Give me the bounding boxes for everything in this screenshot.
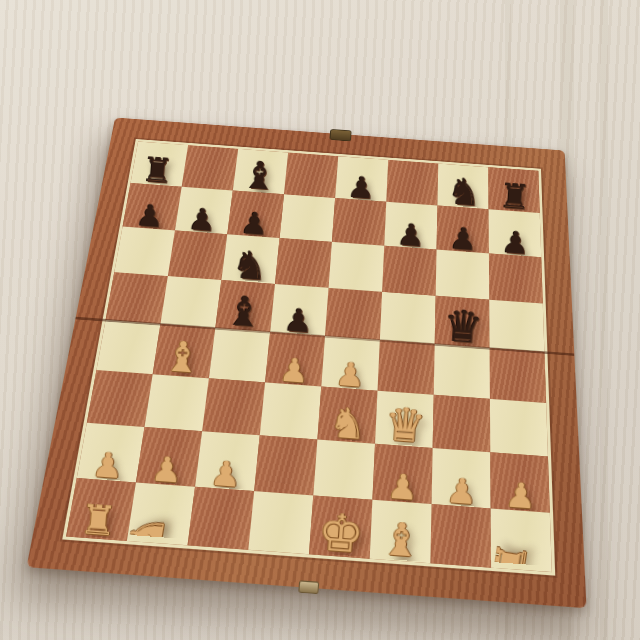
white-pawn[interactable]: ♟ [278, 353, 310, 388]
square-b2[interactable]: ♟ [136, 427, 202, 487]
board-frame: ♜♝♟♞♜♟♟♟♟♟♟♞♝♟♛♝♟♟♞♛♟♟♟♚♟♟♟♜♞♚♝♜ [27, 118, 587, 609]
square-b7[interactable]: ♟ [175, 187, 233, 234]
black-knight[interactable]: ♞ [446, 172, 482, 211]
black-pawn[interactable]: ♟ [283, 304, 314, 338]
square-h4[interactable] [490, 348, 547, 403]
square-b1[interactable]: ♞ [127, 482, 195, 545]
white-bishop[interactable]: ♝ [379, 516, 423, 564]
square-h1[interactable]: ♜ [491, 508, 552, 572]
white-pawn[interactable]: ♟ [335, 357, 367, 392]
square-g8[interactable]: ♞ [437, 163, 488, 209]
square-g3[interactable] [433, 395, 491, 453]
square-d6[interactable] [275, 238, 332, 288]
black-rook[interactable]: ♜ [141, 152, 175, 188]
square-b3[interactable] [144, 374, 208, 431]
square-h3[interactable] [490, 399, 548, 457]
square-f2[interactable]: ♟ [372, 444, 432, 504]
square-g4[interactable] [434, 344, 490, 399]
square-c7[interactable]: ♟ [227, 191, 284, 239]
white-rook[interactable]: ♜ [78, 499, 118, 543]
square-a7[interactable]: ♟ [123, 183, 182, 230]
square-f6[interactable] [382, 246, 436, 296]
chess-board: ♜♝♟♞♜♟♟♟♟♟♟♞♝♟♛♝♟♟♞♛♟♟♟♚♟♟♟♜♞♚♝♜ [57, 68, 592, 603]
square-e2[interactable] [313, 440, 375, 500]
square-c6[interactable]: ♞ [221, 234, 279, 284]
black-bishop[interactable]: ♝ [241, 156, 278, 196]
square-c5[interactable]: ♝ [215, 280, 275, 332]
square-a8[interactable]: ♜ [131, 141, 189, 186]
square-a2[interactable]: ♟ [77, 423, 145, 483]
square-e5[interactable] [325, 288, 382, 340]
square-d8[interactable] [284, 152, 338, 198]
square-a3[interactable] [87, 370, 153, 427]
chess-board-grid: ♜♝♟♞♜♟♟♟♟♟♟♞♝♟♛♝♟♟♞♛♟♟♟♚♟♟♟♜♞♚♝♜ [66, 141, 552, 572]
square-e6[interactable] [329, 242, 385, 292]
square-f7[interactable]: ♟ [384, 202, 437, 250]
square-a6[interactable] [114, 227, 175, 276]
white-pawn[interactable]: ♟ [150, 451, 183, 488]
square-e8[interactable]: ♟ [335, 156, 388, 202]
square-d7[interactable] [280, 194, 336, 242]
square-e4[interactable]: ♟ [321, 336, 380, 391]
white-king[interactable]: ♚ [316, 506, 365, 560]
square-b4[interactable]: ♝ [153, 324, 216, 378]
square-g5[interactable]: ♛ [435, 296, 490, 348]
square-c4[interactable] [209, 328, 270, 382]
square-f3[interactable]: ♛ [375, 391, 434, 448]
square-d4[interactable]: ♟ [265, 332, 325, 387]
square-h8[interactable]: ♜ [488, 167, 539, 213]
white-bishop[interactable]: ♝ [162, 335, 203, 380]
square-f5[interactable] [380, 292, 436, 344]
white-pawn[interactable]: ♟ [209, 456, 242, 493]
square-b8[interactable] [182, 145, 238, 190]
square-f1[interactable]: ♝ [370, 500, 432, 563]
square-d1[interactable] [248, 491, 313, 554]
square-a4[interactable] [96, 320, 160, 374]
square-c1[interactable] [188, 487, 255, 550]
white-pawn[interactable]: ♟ [445, 473, 478, 510]
square-g6[interactable] [436, 250, 490, 300]
clasp-icon [329, 129, 351, 142]
square-d3[interactable] [260, 382, 322, 439]
square-c2[interactable]: ♟ [195, 431, 260, 491]
board-tilt-wrap: ♜♝♟♞♜♟♟♟♟♟♟♞♝♟♛♝♟♟♞♛♟♟♟♚♟♟♟♜♞♚♝♜ [27, 118, 587, 609]
white-queen[interactable]: ♛ [383, 401, 427, 450]
wood-grain-band [600, 0, 608, 640]
square-d5[interactable]: ♟ [270, 284, 328, 336]
square-f8[interactable] [386, 160, 438, 206]
white-pawn[interactable]: ♟ [91, 447, 125, 484]
black-bishop[interactable]: ♝ [224, 290, 264, 333]
square-c8[interactable]: ♝ [233, 149, 288, 195]
square-e3[interactable]: ♞ [317, 387, 377, 444]
bottom-clasp-icon [298, 580, 319, 594]
white-knight[interactable]: ♞ [121, 511, 171, 557]
white-pawn[interactable]: ♟ [504, 477, 537, 514]
square-g1[interactable] [430, 504, 491, 568]
square-g7[interactable]: ♟ [437, 206, 489, 254]
white-pawn[interactable]: ♟ [386, 469, 419, 506]
black-knight[interactable]: ♞ [231, 244, 269, 285]
square-h7[interactable]: ♟ [489, 209, 542, 257]
square-b6[interactable] [168, 230, 227, 280]
square-h6[interactable] [489, 253, 543, 303]
square-e1[interactable]: ♚ [309, 495, 372, 558]
white-knight[interactable]: ♞ [327, 401, 368, 446]
square-c3[interactable] [202, 378, 265, 435]
square-f4[interactable] [377, 340, 434, 395]
square-g2[interactable]: ♟ [432, 448, 491, 508]
black-queen[interactable]: ♛ [442, 303, 484, 350]
black-rook[interactable]: ♜ [498, 178, 531, 214]
square-a5[interactable] [106, 272, 168, 324]
square-h5[interactable] [489, 300, 544, 352]
square-b5[interactable] [160, 276, 221, 328]
square-d2[interactable]: ♚ [254, 435, 317, 495]
square-e7[interactable] [332, 198, 386, 246]
square-h2[interactable]: ♟ [490, 452, 550, 513]
white-rook[interactable]: ♜ [488, 540, 534, 583]
